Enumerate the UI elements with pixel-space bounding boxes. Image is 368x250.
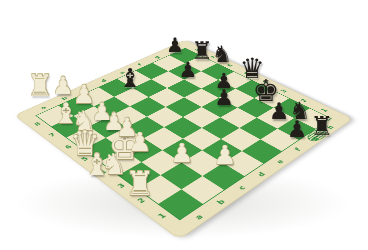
- white-knight-g1[interactable]: ♞: [101, 150, 127, 179]
- white-rook-h2[interactable]: ♜: [125, 167, 155, 200]
- white-pawn-a2[interactable]: ♟: [52, 74, 74, 98]
- black-pawn-c6[interactable]: ♟: [179, 60, 198, 81]
- black-bishop-b4[interactable]: ♝: [118, 65, 141, 91]
- black-knight-d7[interactable]: ♞: [212, 43, 233, 66]
- black-pawn-e5[interactable]: ♟: [214, 87, 234, 109]
- white-pawn-f3[interactable]: ♟: [128, 129, 151, 155]
- product-photo-chess-set: { "game": "chess", "scene": { "descripti…: [0, 0, 368, 250]
- white-pawn-g4[interactable]: ♟: [170, 140, 193, 166]
- white-pawn-h5[interactable]: ♟: [213, 142, 236, 168]
- black-pawn-b7[interactable]: ♟: [166, 35, 184, 55]
- black-pawn-g5[interactable]: ♟: [287, 118, 308, 141]
- white-rook-a1[interactable]: ♜: [27, 71, 54, 101]
- black-rook-h6[interactable]: ♜: [310, 113, 333, 139]
